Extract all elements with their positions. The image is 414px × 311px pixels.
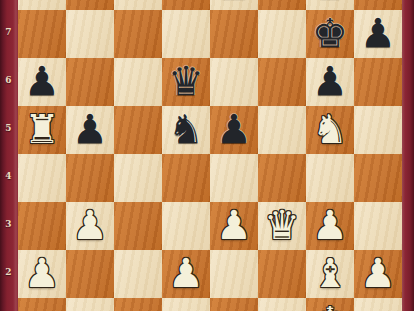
white-pawn-d2: ♟ [168,250,204,298]
square-f3[interactable]: ♛ [258,202,306,250]
square-a2[interactable]: ♟ [18,250,66,298]
square-a6[interactable]: ♟ [18,58,66,106]
square-d3[interactable] [162,202,210,250]
square-f7[interactable] [258,10,306,58]
square-e2[interactable] [210,250,258,298]
black-pawn-h7: ♟ [360,10,396,58]
white-pawn-h2: ♟ [360,250,396,298]
black-pawn-b5: ♟ [72,106,108,154]
square-f8[interactable] [258,0,306,10]
square-b4[interactable] [66,154,114,202]
square-b5[interactable]: ♟ [66,106,114,154]
square-h6[interactable] [354,58,402,106]
square-h8[interactable] [354,0,402,10]
square-c7[interactable] [114,10,162,58]
white-bishop-g2: ♝ [312,250,348,298]
rank-label-6: 6 [3,75,14,85]
square-g8[interactable]: ♝ [306,0,354,10]
square-f1[interactable] [258,298,306,311]
square-b6[interactable] [66,58,114,106]
square-e4[interactable] [210,154,258,202]
square-f5[interactable] [258,106,306,154]
square-d8[interactable] [162,0,210,10]
square-c5[interactable] [114,106,162,154]
square-e5[interactable]: ♟ [210,106,258,154]
square-h4[interactable] [354,154,402,202]
square-c3[interactable] [114,202,162,250]
square-a7[interactable] [18,10,66,58]
black-pawn-a6: ♟ [24,58,60,106]
black-pawn-e5: ♟ [216,106,252,154]
square-f4[interactable] [258,154,306,202]
square-d4[interactable] [162,154,210,202]
board-grid: ♜♝♚♟♟♛♟♜♟♞♟♞♟♟♛♟♟♟♝♟♚ [18,0,402,311]
black-queen-d6: ♛ [168,58,204,106]
square-a1[interactable] [18,298,66,311]
square-e8[interactable]: ♜ [210,0,258,10]
square-h1[interactable] [354,298,402,311]
square-h2[interactable]: ♟ [354,250,402,298]
square-g6[interactable]: ♟ [306,58,354,106]
square-c6[interactable] [114,58,162,106]
square-f6[interactable] [258,58,306,106]
square-c1[interactable] [114,298,162,311]
white-pawn-a2: ♟ [24,250,60,298]
black-pawn-g6: ♟ [312,58,348,106]
square-h3[interactable] [354,202,402,250]
black-king-g7: ♚ [312,10,348,58]
square-b7[interactable] [66,10,114,58]
board-frame-left [0,0,18,311]
square-a5[interactable]: ♜ [18,106,66,154]
square-g1[interactable]: ♚ [306,298,354,311]
square-h7[interactable]: ♟ [354,10,402,58]
square-d6[interactable]: ♛ [162,58,210,106]
square-g3[interactable]: ♟ [306,202,354,250]
rank-label-7: 7 [3,27,14,37]
board-viewport: ♜♝♚♟♟♛♟♜♟♞♟♞♟♟♛♟♟♟♝♟♚ [18,0,402,311]
black-rook-e8: ♜ [216,0,252,10]
square-e1[interactable] [210,298,258,311]
square-d5[interactable]: ♞ [162,106,210,154]
square-c8[interactable] [114,0,162,10]
square-e7[interactable] [210,10,258,58]
square-b2[interactable] [66,250,114,298]
square-b1[interactable] [66,298,114,311]
square-b8[interactable] [66,0,114,10]
square-b3[interactable]: ♟ [66,202,114,250]
square-c2[interactable] [114,250,162,298]
white-pawn-e3: ♟ [216,202,252,250]
white-knight-g5: ♞ [312,106,348,154]
square-a4[interactable] [18,154,66,202]
white-pawn-g3: ♟ [312,202,348,250]
rank-label-4: 4 [3,171,14,181]
square-d7[interactable] [162,10,210,58]
square-g4[interactable] [306,154,354,202]
square-d2[interactable]: ♟ [162,250,210,298]
square-g2[interactable]: ♝ [306,250,354,298]
chess-diagram: ♜♝♚♟♟♛♟♜♟♞♟♞♟♟♛♟♟♟♝♟♚ 765432 [0,0,414,311]
square-c4[interactable] [114,154,162,202]
square-a8[interactable] [18,0,66,10]
square-f2[interactable] [258,250,306,298]
square-g5[interactable]: ♞ [306,106,354,154]
white-king-g1: ♚ [312,298,348,311]
rank-label-3: 3 [3,219,14,229]
square-h5[interactable] [354,106,402,154]
square-d1[interactable] [162,298,210,311]
square-e3[interactable]: ♟ [210,202,258,250]
white-rook-a5: ♜ [24,106,60,154]
white-queen-f3: ♛ [264,202,300,250]
board-frame-right [402,0,414,311]
square-g7[interactable]: ♚ [306,10,354,58]
square-a3[interactable] [18,202,66,250]
rank-label-2: 2 [3,267,14,277]
black-bishop-g8: ♝ [312,0,348,10]
black-knight-d5: ♞ [168,106,204,154]
white-pawn-b3: ♟ [72,202,108,250]
square-e6[interactable] [210,58,258,106]
rank-label-5: 5 [3,123,14,133]
